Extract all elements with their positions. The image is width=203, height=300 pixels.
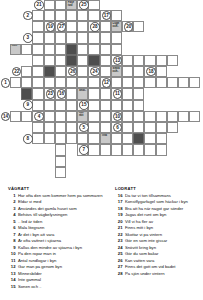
letter-cell[interactable] (88, 44, 99, 55)
letter-cell[interactable] (156, 66, 167, 77)
blocked-cell (66, 55, 77, 66)
letter-cell[interactable] (122, 122, 133, 133)
letter-cell[interactable] (21, 111, 32, 122)
letter-cell[interactable] (66, 77, 77, 88)
clue-text: Har ofta den som kommer hem på sommaren (18, 193, 102, 198)
letter-cell[interactable] (77, 10, 88, 21)
letter-cell[interactable] (156, 133, 167, 144)
letter-cell[interactable] (32, 122, 43, 133)
clue-number: 21 (115, 225, 123, 230)
letter-cell[interactable] (156, 144, 167, 155)
letter-cell[interactable] (55, 32, 66, 43)
clue-number-circle-5: 5 (79, 123, 89, 133)
letter-cell[interactable] (66, 133, 77, 144)
letter-cell[interactable] (189, 111, 200, 122)
letter-cell[interactable] (100, 100, 111, 111)
crossword-grid: Påse tvålLugn och..KönSmila och..Snat..I… (0, 0, 203, 188)
clue-number: 20 (115, 219, 123, 224)
letter-cell[interactable] (77, 66, 88, 77)
clue-number: 17 (115, 199, 123, 204)
letter-cell[interactable] (55, 55, 66, 66)
clue-number-circle-2: 2 (23, 11, 33, 21)
clue-text: På sjön under vintern (125, 271, 165, 276)
letter-cell[interactable] (21, 66, 32, 77)
letter-cell[interactable] (55, 144, 66, 155)
letter-cell[interactable] (21, 44, 32, 55)
letter-cell[interactable] (111, 10, 122, 21)
clue-number: 4 (8, 212, 16, 217)
clue-number: 11 (8, 258, 16, 263)
letter-cell[interactable] (32, 10, 43, 21)
letter-cell[interactable] (111, 77, 122, 88)
clue-text: Eldar vi med (18, 199, 41, 204)
letter-cell[interactable] (100, 55, 111, 66)
letter-cell[interactable] (156, 55, 167, 66)
letter-cell[interactable] (44, 44, 55, 55)
clue-number: 16 (115, 193, 123, 198)
clue-number-circle-12: 12 (102, 78, 112, 88)
letter-cell[interactable] (88, 0, 99, 10)
clue-number: 26 (115, 258, 123, 263)
clue-number-circle-27: 27 (57, 22, 67, 32)
clue-number: 2 (8, 199, 16, 204)
letter-cell[interactable] (156, 77, 167, 88)
clue-number: 25 (115, 251, 123, 256)
letter-cell[interactable] (88, 144, 99, 155)
letter-cell[interactable] (32, 77, 43, 88)
letter-cell[interactable] (100, 122, 111, 133)
letter-cell[interactable] (77, 44, 88, 55)
letter-cell[interactable] (100, 21, 111, 32)
letter-cell[interactable] (88, 88, 99, 99)
letter-cell[interactable] (100, 144, 111, 155)
letter-cell[interactable] (32, 32, 43, 43)
clue-text: Gör du som bakar (125, 251, 159, 256)
letter-cell[interactable] (44, 77, 55, 88)
letter-cell[interactable] (122, 88, 133, 99)
clue-number-circle-16: 16 (57, 89, 67, 99)
clue-text: Behövs till vägbelysningen (18, 212, 67, 217)
letter-cell[interactable] (133, 144, 144, 155)
letter-cell[interactable] (55, 77, 66, 88)
clue-text: Är det i byn att vara (18, 232, 54, 237)
letter-cell[interactable] (66, 122, 77, 133)
clue-number-circle-8: 8 (23, 134, 33, 144)
clue-number: 5 (8, 219, 16, 224)
letter-cell[interactable] (44, 10, 55, 21)
letter-cell[interactable] (167, 55, 178, 66)
clue-number: 10 (8, 251, 16, 256)
clue-number: 24 (115, 245, 123, 250)
clue-number-circle-28: 28 (90, 22, 100, 32)
letter-cell[interactable] (44, 0, 55, 10)
clue-number: 18 (115, 206, 123, 211)
clue-text: Skottar vi på vintern (125, 232, 162, 237)
letter-cell[interactable] (100, 44, 111, 55)
clue-number-circle-14: 14 (1, 112, 11, 122)
hint-cell: Titta (100, 133, 111, 144)
clue-text: Finns det gott om vid badet (125, 264, 176, 269)
down-clues-column: LODRÄTT 16Då tar vi ton tillsammans17Kon… (115, 186, 201, 277)
letter-cell[interactable] (122, 55, 133, 66)
letter-cell[interactable] (55, 10, 66, 21)
letter-cell[interactable] (144, 144, 155, 155)
clue-number: 1 (8, 193, 16, 198)
letter-cell[interactable] (55, 122, 66, 133)
clue-text: Användes det gamla huset som (18, 206, 77, 211)
letter-cell[interactable] (66, 111, 77, 122)
crossword-page: Påse tvålLugn och..KönSmila och..Snat..I… (0, 0, 203, 300)
clue-number: 6 (8, 225, 16, 230)
letter-cell[interactable] (44, 111, 55, 122)
letter-cell[interactable] (156, 111, 167, 122)
letter-cell[interactable] (178, 111, 189, 122)
clue-number: 13 (8, 271, 16, 276)
down-clue-28: 28På sjön under vintern (115, 271, 201, 278)
letter-cell[interactable] (66, 21, 77, 32)
letter-cell[interactable] (77, 133, 88, 144)
clue-number-circle-25: 25 (79, 0, 89, 10)
letter-cell[interactable] (55, 133, 66, 144)
blocked-cell (66, 44, 77, 55)
clue-text: Jagas det runt om byn (125, 212, 166, 217)
clue-number-circle-7: 7 (79, 145, 89, 155)
letter-cell[interactable] (88, 77, 99, 88)
clue-text: På den ropar man in (18, 251, 56, 256)
blocked-cell (133, 133, 144, 144)
clue-number: 23 (115, 238, 123, 243)
letter-cell[interactable] (100, 88, 111, 99)
letter-cell[interactable] (32, 66, 43, 77)
letter-cell[interactable] (144, 122, 155, 133)
clue-number-circle-11: 11 (113, 89, 123, 99)
letter-cell[interactable] (100, 32, 111, 43)
across-clues-column: VÅGRÄTT 1Har ofta den som kommer hem på … (8, 186, 108, 290)
letter-cell[interactable] (100, 66, 111, 77)
letter-cell[interactable] (44, 100, 55, 111)
letter-cell[interactable] (167, 111, 178, 122)
letter-cell[interactable] (133, 100, 144, 111)
clue-text: Kan vatten vara (125, 258, 154, 263)
blocked-cell (44, 66, 55, 77)
across-clue-15: 15Sonen och .. (8, 284, 108, 291)
clue-number-circle-23: 23 (46, 89, 56, 99)
letter-cell[interactable] (44, 55, 55, 66)
letter-cell[interactable] (88, 32, 99, 43)
across-title: VÅGRÄTT (8, 186, 108, 191)
clue-text: Konstflygarfågel som häckar i byn (125, 199, 188, 204)
clue-text: Snövitt kring byn (125, 245, 156, 250)
clue-number: 22 (115, 232, 123, 237)
clue-number-circle-20: 20 (124, 22, 134, 32)
letter-cell[interactable] (178, 77, 189, 88)
clue-text: Minnesbilder (18, 271, 42, 276)
clue-text: Går man på genom byn (18, 264, 62, 269)
letter-cell[interactable] (32, 88, 43, 99)
clue-number: 27 (115, 264, 123, 269)
letter-cell[interactable] (77, 32, 88, 43)
letter-cell[interactable] (55, 156, 66, 167)
letter-cell[interactable] (32, 44, 43, 55)
hint-cell: Påse tvål (66, 0, 77, 10)
clue-text: .. led är tiden (18, 219, 42, 224)
hint-cell: Snat.. (77, 88, 88, 99)
letter-cell[interactable] (133, 55, 144, 66)
letter-cell[interactable] (133, 21, 144, 32)
letter-cell[interactable] (122, 133, 133, 144)
clue-number-circle-3: 3 (23, 33, 33, 43)
blocked-cell (88, 55, 99, 66)
letter-cell[interactable] (88, 111, 99, 122)
letter-cell[interactable] (111, 144, 122, 155)
letter-cell[interactable] (122, 77, 133, 88)
clue-number: 7 (8, 232, 16, 237)
clue-number: 8 (8, 238, 16, 243)
clue-number: 28 (115, 271, 123, 276)
letter-cell[interactable] (66, 32, 77, 43)
letter-cell[interactable] (111, 44, 122, 55)
letter-cell[interactable] (88, 10, 99, 21)
clue-text: Vill vi ha fler av (125, 219, 153, 224)
letter-cell[interactable] (32, 21, 43, 32)
letter-cell[interactable] (55, 167, 66, 178)
clue-number: 14 (8, 277, 16, 282)
clue-number: 9 (8, 245, 16, 250)
letter-cell[interactable] (10, 77, 21, 88)
letter-cell[interactable] (133, 111, 144, 122)
letter-cell[interactable] (77, 21, 88, 32)
letter-cell[interactable] (144, 111, 155, 122)
letter-cell[interactable] (55, 111, 66, 122)
letter-cell[interactable] (122, 66, 133, 77)
letter-cell[interactable] (88, 122, 99, 133)
down-title: LODRÄTT (115, 186, 201, 191)
letter-cell[interactable] (55, 44, 66, 55)
clue-text: Finns mitt i byn (125, 225, 153, 230)
letter-cell[interactable] (55, 0, 66, 10)
hint-cell: Lugn och.. (111, 21, 122, 32)
letter-cell[interactable] (21, 77, 32, 88)
letter-cell[interactable] (144, 133, 155, 144)
letter-cell[interactable] (88, 100, 99, 111)
letter-cell[interactable] (111, 32, 122, 43)
clue-number-circle-19: 19 (46, 22, 56, 32)
clue-text: Kallas den mindre av sjöarna i byn (18, 245, 82, 250)
clue-number-circle-1: 1 (1, 78, 11, 88)
letter-cell[interactable] (66, 88, 77, 99)
clue-number-circle-4: 4 (34, 112, 44, 122)
letter-cell[interactable] (66, 10, 77, 21)
clue-number-circle-9: 9 (23, 100, 33, 110)
letter-cell[interactable] (133, 88, 144, 99)
letter-cell[interactable] (133, 122, 144, 133)
letter-cell[interactable] (111, 100, 122, 111)
letter-cell[interactable] (133, 66, 144, 77)
letter-cell[interactable] (122, 144, 133, 155)
hint-cell: Inte rätt (77, 111, 88, 122)
hint-cell: Kön (10, 44, 21, 55)
hint-cell: Smila och.. (111, 66, 122, 77)
clue-text: Antal rundlogar i byn (18, 258, 56, 263)
letter-cell[interactable] (77, 55, 88, 66)
letter-cell[interactable] (55, 100, 66, 111)
letter-cell[interactable] (167, 122, 178, 133)
letter-cell[interactable] (44, 122, 55, 133)
letter-cell[interactable] (55, 66, 66, 77)
letter-cell[interactable] (100, 111, 111, 122)
clue-number-circle-15: 15 (79, 100, 89, 110)
letter-cell[interactable] (144, 77, 155, 88)
letter-cell[interactable] (44, 32, 55, 43)
letter-cell[interactable] (32, 55, 43, 66)
letter-cell[interactable] (122, 111, 133, 122)
clue-text: Är ofta vattnet i sjöarna (18, 238, 61, 243)
clue-number: 19 (115, 212, 123, 217)
letter-cell[interactable] (32, 100, 43, 111)
clue-text: Bra att ha när något går sönder (125, 206, 183, 211)
letter-cell[interactable] (167, 77, 178, 88)
letter-cell[interactable] (66, 100, 77, 111)
letter-cell[interactable] (32, 133, 43, 144)
letter-cell[interactable] (77, 77, 88, 88)
letter-cell[interactable] (111, 133, 122, 144)
clue-text: Då tar vi ton tillsammans (125, 193, 171, 198)
letter-cell[interactable] (144, 55, 155, 66)
letter-cell[interactable] (189, 77, 200, 88)
letter-cell[interactable] (133, 77, 144, 88)
clue-number-circle-22: 22 (12, 67, 22, 77)
letter-cell[interactable] (122, 100, 133, 111)
letter-cell[interactable] (156, 122, 167, 133)
clue-number: 12 (8, 264, 16, 269)
clue-number: 3 (8, 206, 16, 211)
clue-text: Inte gammal (18, 277, 41, 282)
clue-number: 15 (8, 284, 16, 289)
letter-cell[interactable] (10, 111, 21, 122)
letter-cell[interactable] (88, 133, 99, 144)
letter-cell[interactable] (44, 133, 55, 144)
blocked-cell (21, 88, 32, 99)
clue-text: Sonen och .. (18, 284, 42, 289)
clue-text: Gör en som inte gissar (125, 238, 167, 243)
clue-number-circle-21: 21 (34, 0, 44, 10)
clue-text: Måla litegrann (18, 225, 44, 230)
